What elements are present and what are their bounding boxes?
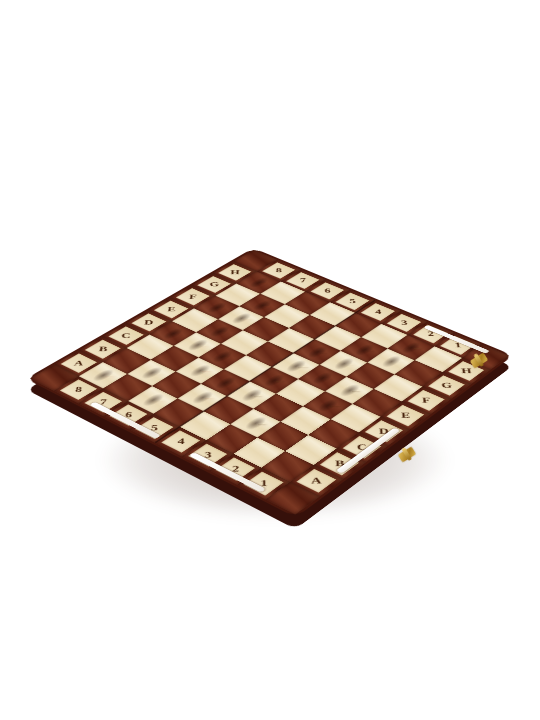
pawn-glyph: ♟ <box>253 275 275 309</box>
coordinate-label: C <box>121 331 131 339</box>
pawn-glyph: ♟ <box>265 348 288 385</box>
coordinate-label: 7 <box>300 277 306 284</box>
coordinate-label: F <box>189 293 197 301</box>
pawn-glyph: ♟ <box>143 367 167 404</box>
coordinate-label: 6 <box>324 287 330 295</box>
coordinate-label: 8 <box>276 267 282 274</box>
coordinate-label: A <box>74 359 85 368</box>
pawn-glyph: ♟ <box>193 365 217 402</box>
coordinate-label: 4 <box>375 308 382 316</box>
pawn-glyph: ♟ <box>246 390 270 428</box>
coordinate-label: F <box>422 396 431 405</box>
coordinate-label: 3 <box>401 319 408 327</box>
coordinate-label: 5 <box>349 297 356 305</box>
coordinate-label: A <box>311 475 322 486</box>
coordinate-label: 4 <box>177 436 185 446</box>
coordinate-label: E <box>400 411 410 420</box>
coordinate-label: 1 <box>454 341 462 349</box>
coordinate-label: H <box>230 269 240 276</box>
rook-glyph: ♜ <box>91 336 119 380</box>
coordinate-label: G <box>441 381 453 390</box>
coordinate-label: 2 <box>427 330 434 338</box>
scene-3d: ABCDEFGH8♜♚♞♜87♛♟♝♟♟76♟♟♝65♟♞54♟♟♞♟43♟♛♝… <box>0 0 540 720</box>
border-corner-cell <box>30 364 79 391</box>
chessboard: ABCDEFGH8♜♚♞♜87♛♟♝♟♟76♟♟♝65♟♞54♟♟♞♟43♟♛♝… <box>30 250 509 515</box>
coordinate-label: G <box>209 281 219 288</box>
product-photo: ABCDEFGH8♜♚♞♜87♛♟♝♟♟76♟♟♝65♟♞54♟♟♞♟43♟♛♝… <box>0 0 540 720</box>
coordinate-label: H <box>461 367 473 376</box>
coordinate-label: 8 <box>75 385 83 394</box>
knight-glyph: ♞ <box>313 359 346 411</box>
